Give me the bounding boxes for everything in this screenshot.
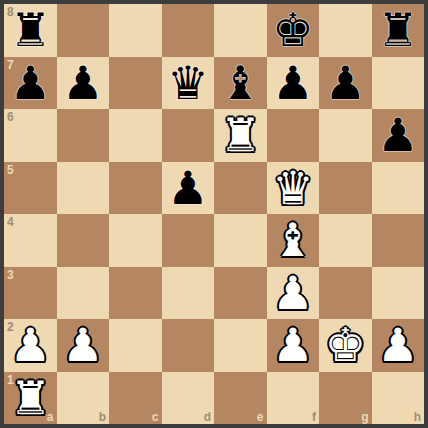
square-b2[interactable]: ♟ xyxy=(57,319,110,372)
black-pawn-icon[interactable]: ♟ xyxy=(325,60,366,106)
square-c8[interactable] xyxy=(109,4,162,57)
file-label-e: e xyxy=(257,411,264,423)
square-e7[interactable]: ♝ xyxy=(214,57,267,110)
square-h7[interactable] xyxy=(372,57,425,110)
square-h4[interactable] xyxy=(372,214,425,267)
file-label-g: g xyxy=(361,411,368,423)
file-label-f: f xyxy=(312,411,316,423)
square-b3[interactable] xyxy=(57,267,110,320)
square-a1[interactable]: 1a♜ xyxy=(4,372,57,425)
square-e4[interactable] xyxy=(214,214,267,267)
square-e6[interactable]: ♜ xyxy=(214,109,267,162)
square-g1[interactable]: g xyxy=(319,372,372,425)
square-d5[interactable]: ♟ xyxy=(162,162,215,215)
square-a8[interactable]: 8♜ xyxy=(4,4,57,57)
square-f3[interactable]: ♟ xyxy=(267,267,320,320)
square-a2[interactable]: 2♟ xyxy=(4,319,57,372)
square-d6[interactable] xyxy=(162,109,215,162)
square-c1[interactable]: c xyxy=(109,372,162,425)
square-h3[interactable] xyxy=(372,267,425,320)
square-b1[interactable]: b xyxy=(57,372,110,425)
file-label-b: b xyxy=(99,411,106,423)
square-a5[interactable]: 5 xyxy=(4,162,57,215)
white-pawn-icon[interactable]: ♟ xyxy=(377,322,418,368)
black-rook-icon[interactable]: ♜ xyxy=(377,7,418,53)
square-h6[interactable]: ♟ xyxy=(372,109,425,162)
white-pawn-icon[interactable]: ♟ xyxy=(272,322,313,368)
square-g6[interactable] xyxy=(319,109,372,162)
file-label-h: h xyxy=(414,411,421,423)
square-d1[interactable]: d xyxy=(162,372,215,425)
square-g3[interactable] xyxy=(319,267,372,320)
white-queen-icon[interactable]: ♛ xyxy=(272,165,313,211)
black-rook-icon[interactable]: ♜ xyxy=(10,7,51,53)
square-c7[interactable] xyxy=(109,57,162,110)
square-b4[interactable] xyxy=(57,214,110,267)
square-e1[interactable]: e xyxy=(214,372,267,425)
white-rook-icon[interactable]: ♜ xyxy=(10,375,51,421)
square-f4[interactable]: ♝ xyxy=(267,214,320,267)
square-c6[interactable] xyxy=(109,109,162,162)
square-g2[interactable]: ♚ xyxy=(319,319,372,372)
square-e5[interactable] xyxy=(214,162,267,215)
square-a3[interactable]: 3 xyxy=(4,267,57,320)
black-pawn-icon[interactable]: ♟ xyxy=(10,60,51,106)
white-bishop-icon[interactable]: ♝ xyxy=(272,217,313,263)
white-pawn-icon[interactable]: ♟ xyxy=(62,322,103,368)
square-c2[interactable] xyxy=(109,319,162,372)
square-f5[interactable]: ♛ xyxy=(267,162,320,215)
square-b5[interactable] xyxy=(57,162,110,215)
square-e2[interactable] xyxy=(214,319,267,372)
black-bishop-icon[interactable]: ♝ xyxy=(220,60,261,106)
square-h1[interactable]: h xyxy=(372,372,425,425)
chess-board-frame: 8♜♚♜7♟♟♛♝♟♟6♜♟5♟♛4♝3♟2♟♟♟♚♟1a♜bcdefgh xyxy=(0,0,428,428)
rank-label-5: 5 xyxy=(7,164,14,176)
black-pawn-icon[interactable]: ♟ xyxy=(377,112,418,158)
square-c4[interactable] xyxy=(109,214,162,267)
square-b8[interactable] xyxy=(57,4,110,57)
black-pawn-icon[interactable]: ♟ xyxy=(62,60,103,106)
square-f1[interactable]: f xyxy=(267,372,320,425)
square-b7[interactable]: ♟ xyxy=(57,57,110,110)
square-e8[interactable] xyxy=(214,4,267,57)
square-a7[interactable]: 7♟ xyxy=(4,57,57,110)
square-a4[interactable]: 4 xyxy=(4,214,57,267)
rank-label-6: 6 xyxy=(7,111,14,123)
square-d3[interactable] xyxy=(162,267,215,320)
white-rook-icon[interactable]: ♜ xyxy=(220,112,261,158)
square-c5[interactable] xyxy=(109,162,162,215)
white-pawn-icon[interactable]: ♟ xyxy=(272,270,313,316)
square-g7[interactable]: ♟ xyxy=(319,57,372,110)
white-pawn-icon[interactable]: ♟ xyxy=(10,322,51,368)
square-d2[interactable] xyxy=(162,319,215,372)
black-queen-icon[interactable]: ♛ xyxy=(167,60,208,106)
file-label-d: d xyxy=(204,411,211,423)
square-d4[interactable] xyxy=(162,214,215,267)
chess-board: 8♜♚♜7♟♟♛♝♟♟6♜♟5♟♛4♝3♟2♟♟♟♚♟1a♜bcdefgh xyxy=(4,4,424,424)
square-d7[interactable]: ♛ xyxy=(162,57,215,110)
square-g8[interactable] xyxy=(319,4,372,57)
square-f2[interactable]: ♟ xyxy=(267,319,320,372)
square-g5[interactable] xyxy=(319,162,372,215)
square-h2[interactable]: ♟ xyxy=(372,319,425,372)
black-king-icon[interactable]: ♚ xyxy=(272,7,313,53)
square-a6[interactable]: 6 xyxy=(4,109,57,162)
square-b6[interactable] xyxy=(57,109,110,162)
square-g4[interactable] xyxy=(319,214,372,267)
square-f7[interactable]: ♟ xyxy=(267,57,320,110)
square-h8[interactable]: ♜ xyxy=(372,4,425,57)
square-f6[interactable] xyxy=(267,109,320,162)
square-h5[interactable] xyxy=(372,162,425,215)
rank-label-3: 3 xyxy=(7,269,14,281)
black-pawn-icon[interactable]: ♟ xyxy=(272,60,313,106)
rank-label-4: 4 xyxy=(7,216,14,228)
square-d8[interactable] xyxy=(162,4,215,57)
file-label-c: c xyxy=(152,411,159,423)
square-c3[interactable] xyxy=(109,267,162,320)
white-king-icon[interactable]: ♚ xyxy=(325,322,366,368)
black-pawn-icon[interactable]: ♟ xyxy=(167,165,208,211)
square-f8[interactable]: ♚ xyxy=(267,4,320,57)
square-e3[interactable] xyxy=(214,267,267,320)
